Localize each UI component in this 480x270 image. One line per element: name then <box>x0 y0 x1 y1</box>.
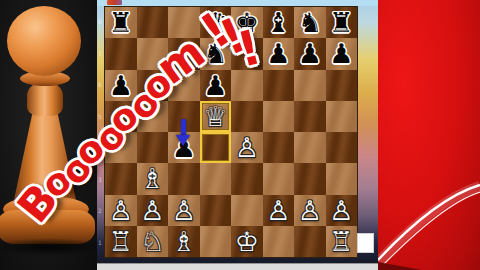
square-a2[interactable]: ♙ <box>105 195 137 226</box>
square-d5[interactable]: ♕ <box>200 101 232 132</box>
piece-black-rook[interactable]: ♜ <box>105 7 137 38</box>
square-h3[interactable] <box>326 163 358 194</box>
square-b2[interactable]: ♙ <box>137 195 169 226</box>
piece-white-king[interactable]: ♔ <box>231 226 263 257</box>
square-g7[interactable]: ♟ <box>294 38 326 69</box>
piece-white-pawn[interactable]: ♙ <box>105 195 137 226</box>
rank-label-2: 2 <box>98 195 104 227</box>
square-e5[interactable] <box>231 101 263 132</box>
square-e3[interactable] <box>231 163 263 194</box>
square-b4[interactable] <box>137 132 169 163</box>
piece-white-pawn[interactable]: ♙ <box>326 195 358 226</box>
white-panel-chip <box>357 233 374 253</box>
rank-label-1: 1 <box>98 227 104 259</box>
rank-label-7: 7 <box>98 38 104 70</box>
square-c3[interactable] <box>168 163 200 194</box>
piece-white-queen[interactable]: ♕ <box>200 101 232 132</box>
pawn-neck <box>27 82 63 116</box>
square-f1[interactable] <box>263 226 295 257</box>
square-f7[interactable]: ♟ <box>263 38 295 69</box>
piece-white-pawn[interactable]: ♙ <box>294 195 326 226</box>
square-f6[interactable] <box>263 70 295 101</box>
piece-white-pawn[interactable]: ♙ <box>231 132 263 163</box>
pawn-head <box>7 6 81 76</box>
right-red-panel <box>378 0 480 270</box>
square-a7[interactable] <box>105 38 137 69</box>
piece-black-bishop[interactable]: ♝ <box>263 7 295 38</box>
rank-label-8: 8 <box>98 6 104 38</box>
piece-white-pawn[interactable]: ♙ <box>137 195 169 226</box>
piece-black-knight[interactable]: ♞ <box>294 7 326 38</box>
piece-white-rook[interactable]: ♖ <box>105 226 137 257</box>
square-g6[interactable] <box>294 70 326 101</box>
square-e1[interactable]: ♔ <box>231 226 263 257</box>
move-arrow-icon <box>176 135 190 146</box>
square-g8[interactable]: ♞ <box>294 7 326 38</box>
piece-black-pawn[interactable]: ♟ <box>326 38 358 69</box>
square-d3[interactable] <box>200 163 232 194</box>
square-g5[interactable] <box>294 101 326 132</box>
square-f5[interactable] <box>263 101 295 132</box>
piece-black-pawn[interactable]: ♟ <box>294 38 326 69</box>
piece-white-knight[interactable]: ♘ <box>137 226 169 257</box>
piece-black-rook[interactable]: ♜ <box>326 7 358 38</box>
square-g3[interactable] <box>294 163 326 194</box>
square-f4[interactable] <box>263 132 295 163</box>
square-d2[interactable] <box>200 195 232 226</box>
square-h7[interactable]: ♟ <box>326 38 358 69</box>
square-g1[interactable] <box>294 226 326 257</box>
square-b1[interactable]: ♘ <box>137 226 169 257</box>
move-arrow-stem <box>181 119 186 136</box>
piece-white-rook[interactable]: ♖ <box>326 226 358 257</box>
square-a1[interactable]: ♖ <box>105 226 137 257</box>
square-f2[interactable]: ♙ <box>263 195 295 226</box>
square-h5[interactable] <box>326 101 358 132</box>
square-b3[interactable]: ♗ <box>137 163 169 194</box>
rank-label-6: 6 <box>98 69 104 101</box>
square-h6[interactable] <box>326 70 358 101</box>
square-h4[interactable] <box>326 132 358 163</box>
piece-white-pawn[interactable]: ♙ <box>168 195 200 226</box>
square-e2[interactable] <box>231 195 263 226</box>
square-g4[interactable] <box>294 132 326 163</box>
piece-white-bishop[interactable]: ♗ <box>168 226 200 257</box>
square-h8[interactable]: ♜ <box>326 7 358 38</box>
piece-black-pawn[interactable]: ♟ <box>263 38 295 69</box>
square-e4[interactable]: ♙ <box>231 132 263 163</box>
square-h2[interactable]: ♙ <box>326 195 358 226</box>
app-status-bar <box>97 263 378 270</box>
square-c2[interactable]: ♙ <box>168 195 200 226</box>
square-d1[interactable] <box>200 226 232 257</box>
piece-white-pawn[interactable]: ♙ <box>263 195 295 226</box>
square-h1[interactable]: ♖ <box>326 226 358 257</box>
square-b8[interactable] <box>137 7 169 38</box>
window-controls-icon[interactable] <box>107 0 122 5</box>
square-d4[interactable] <box>200 132 232 163</box>
square-a3[interactable] <box>105 163 137 194</box>
piece-white-bishop[interactable]: ♗ <box>137 163 169 194</box>
square-a8[interactable]: ♜ <box>105 7 137 38</box>
square-f8[interactable]: ♝ <box>263 7 295 38</box>
square-g2[interactable]: ♙ <box>294 195 326 226</box>
square-f3[interactable] <box>263 163 295 194</box>
square-c1[interactable]: ♗ <box>168 226 200 257</box>
pawn-floor-shadow <box>0 238 104 256</box>
swoosh-graphic <box>378 0 480 270</box>
